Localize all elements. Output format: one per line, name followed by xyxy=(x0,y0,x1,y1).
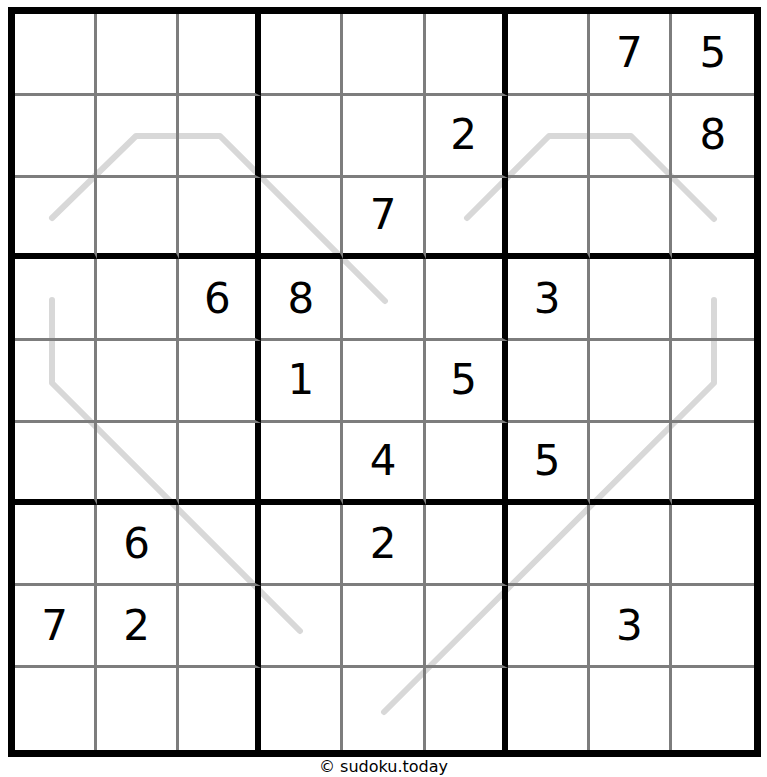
cell-r5c7[interactable] xyxy=(508,341,590,423)
cell-r2c1[interactable] xyxy=(15,96,97,178)
cell-r8c8[interactable]: 3 xyxy=(590,586,672,668)
cell-r5c1[interactable] xyxy=(15,341,97,423)
cell-r9c1[interactable] xyxy=(15,668,97,750)
cell-r8c6[interactable] xyxy=(426,586,508,668)
cell-r8c4[interactable] xyxy=(261,586,343,668)
cell-r8c3[interactable] xyxy=(179,586,261,668)
cell-r1c7[interactable] xyxy=(508,14,590,96)
sudoku-grid: 75287683154562723 xyxy=(15,14,754,750)
cell-r7c6[interactable] xyxy=(426,505,508,587)
cell-r6c6[interactable] xyxy=(426,423,508,505)
cell-r1c9[interactable]: 5 xyxy=(672,14,754,96)
cell-r3c4[interactable] xyxy=(261,178,343,260)
cell-r6c4[interactable] xyxy=(261,423,343,505)
cell-r5c2[interactable] xyxy=(97,341,179,423)
cell-r2c7[interactable] xyxy=(508,96,590,178)
cell-r4c8[interactable] xyxy=(590,259,672,341)
sudoku-board: 75287683154562723 xyxy=(8,7,761,757)
cell-r2c6[interactable]: 2 xyxy=(426,96,508,178)
cell-r7c8[interactable] xyxy=(590,505,672,587)
cell-r1c2[interactable] xyxy=(97,14,179,96)
cell-r7c1[interactable] xyxy=(15,505,97,587)
cell-r6c7[interactable]: 5 xyxy=(508,423,590,505)
cell-r3c8[interactable] xyxy=(590,178,672,260)
cell-r6c2[interactable] xyxy=(97,423,179,505)
cell-r1c5[interactable] xyxy=(343,14,425,96)
cell-r1c6[interactable] xyxy=(426,14,508,96)
cell-r9c7[interactable] xyxy=(508,668,590,750)
cell-r8c2[interactable]: 2 xyxy=(97,586,179,668)
cell-r2c5[interactable] xyxy=(343,96,425,178)
cell-r8c9[interactable] xyxy=(672,586,754,668)
cell-r2c8[interactable] xyxy=(590,96,672,178)
cell-r2c4[interactable] xyxy=(261,96,343,178)
cell-r6c8[interactable] xyxy=(590,423,672,505)
cell-r9c6[interactable] xyxy=(426,668,508,750)
cell-r2c9[interactable]: 8 xyxy=(672,96,754,178)
cell-r5c8[interactable] xyxy=(590,341,672,423)
cell-r7c5[interactable]: 2 xyxy=(343,505,425,587)
cell-r7c7[interactable] xyxy=(508,505,590,587)
cell-r9c9[interactable] xyxy=(672,668,754,750)
cell-r5c5[interactable] xyxy=(343,341,425,423)
cell-r2c2[interactable] xyxy=(97,96,179,178)
cell-r5c4[interactable]: 1 xyxy=(261,341,343,423)
cell-r9c5[interactable] xyxy=(343,668,425,750)
cell-r5c6[interactable]: 5 xyxy=(426,341,508,423)
cell-r6c3[interactable] xyxy=(179,423,261,505)
cell-r3c2[interactable] xyxy=(97,178,179,260)
cell-r9c2[interactable] xyxy=(97,668,179,750)
cell-r8c7[interactable] xyxy=(508,586,590,668)
cell-r5c9[interactable] xyxy=(672,341,754,423)
cell-r8c5[interactable] xyxy=(343,586,425,668)
cell-r4c2[interactable] xyxy=(97,259,179,341)
cell-r3c3[interactable] xyxy=(179,178,261,260)
cell-r3c1[interactable] xyxy=(15,178,97,260)
cell-r3c6[interactable] xyxy=(426,178,508,260)
cell-r7c9[interactable] xyxy=(672,505,754,587)
copyright-text: © sudoku.today xyxy=(0,757,767,776)
cell-r3c5[interactable]: 7 xyxy=(343,178,425,260)
cell-r6c5[interactable]: 4 xyxy=(343,423,425,505)
cell-r4c3[interactable]: 6 xyxy=(179,259,261,341)
cell-r4c1[interactable] xyxy=(15,259,97,341)
cell-r6c9[interactable] xyxy=(672,423,754,505)
cell-r7c4[interactable] xyxy=(261,505,343,587)
cell-r4c5[interactable] xyxy=(343,259,425,341)
cell-r4c7[interactable]: 3 xyxy=(508,259,590,341)
cell-r1c3[interactable] xyxy=(179,14,261,96)
cell-r6c1[interactable] xyxy=(15,423,97,505)
cell-r4c6[interactable] xyxy=(426,259,508,341)
cell-r4c9[interactable] xyxy=(672,259,754,341)
cell-r3c9[interactable] xyxy=(672,178,754,260)
cell-r2c3[interactable] xyxy=(179,96,261,178)
cell-r4c4[interactable]: 8 xyxy=(261,259,343,341)
cell-r1c4[interactable] xyxy=(261,14,343,96)
cell-r8c1[interactable]: 7 xyxy=(15,586,97,668)
cell-r7c3[interactable] xyxy=(179,505,261,587)
cell-r1c8[interactable]: 7 xyxy=(590,14,672,96)
cell-r3c7[interactable] xyxy=(508,178,590,260)
cell-r7c2[interactable]: 6 xyxy=(97,505,179,587)
cell-r9c8[interactable] xyxy=(590,668,672,750)
cell-r5c3[interactable] xyxy=(179,341,261,423)
cell-r1c1[interactable] xyxy=(15,14,97,96)
cell-r9c3[interactable] xyxy=(179,668,261,750)
cell-r9c4[interactable] xyxy=(261,668,343,750)
